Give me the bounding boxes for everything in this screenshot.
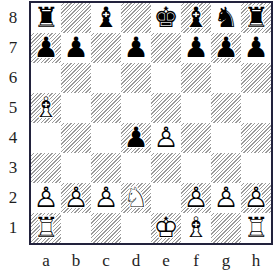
square-h1[interactable]: ♜♖: [241, 213, 271, 243]
white-pawn-fill-e4: ♟: [151, 123, 181, 153]
black-pawn-d7: ♟: [121, 33, 151, 63]
white-pawn-e4: ♙: [151, 123, 181, 153]
square-e6[interactable]: [151, 63, 181, 93]
square-a6[interactable]: [31, 63, 61, 93]
white-pawn-b2: ♙: [61, 183, 91, 213]
white-pawn-fill-a2: ♟: [31, 183, 61, 213]
square-d3[interactable]: [121, 153, 151, 183]
square-h8[interactable]: ♜♜: [241, 3, 271, 33]
black-pawn-fill-b7: ♟: [61, 33, 91, 63]
white-bishop-a5: ♗: [31, 93, 61, 123]
white-pawn-h2: ♙: [241, 183, 271, 213]
black-rook-a8: ♜: [31, 3, 61, 33]
white-bishop-fill-f1: ♝: [181, 213, 211, 243]
black-rook-h8: ♜: [241, 3, 271, 33]
black-pawn-fill-h7: ♟: [241, 33, 271, 63]
black-king-fill-e8: ♚: [151, 3, 181, 33]
black-rook-fill-h8: ♜: [241, 3, 271, 33]
black-pawn-a7: ♟: [31, 33, 61, 63]
square-b3[interactable]: [61, 153, 91, 183]
square-a4[interactable]: [31, 123, 61, 153]
square-c4[interactable]: [91, 123, 121, 153]
black-pawn-fill-d7: ♟: [121, 33, 151, 63]
square-a3[interactable]: [31, 153, 61, 183]
square-g5[interactable]: [211, 93, 241, 123]
rank-label-8: 8: [1, 3, 25, 33]
square-b4[interactable]: [61, 123, 91, 153]
white-king-fill-e1: ♚: [151, 213, 181, 243]
white-rook-fill-a1: ♜: [31, 213, 61, 243]
white-pawn-a2: ♙: [31, 183, 61, 213]
black-bishop-c8: ♝: [91, 3, 121, 33]
square-e2[interactable]: [151, 183, 181, 213]
square-d4[interactable]: ♟♟: [121, 123, 151, 153]
black-pawn-b7: ♟: [61, 33, 91, 63]
black-pawn-fill-f7: ♟: [181, 33, 211, 63]
white-bishop-fill-a5: ♝: [31, 93, 61, 123]
square-c8[interactable]: ♝♝: [91, 3, 121, 33]
square-f1[interactable]: ♝♗: [181, 213, 211, 243]
rank-label-5: 5: [1, 93, 25, 123]
rank-label-3: 3: [1, 153, 25, 183]
black-bishop-fill-c8: ♝: [91, 3, 121, 33]
black-pawn-fill-a7: ♟: [31, 33, 61, 63]
rank-label-6: 6: [1, 63, 25, 93]
square-f8[interactable]: ♝♝: [181, 3, 211, 33]
chess-diagram: ♜♜♝♝♚♚♝♝♞♞♜♜♟♟♟♟♟♟♟♟♟♟♟♟♝♗♟♟♟♙♟♙♟♙♟♙♞♘♟♙…: [0, 0, 279, 280]
square-h7[interactable]: ♟♟: [241, 33, 271, 63]
square-a8[interactable]: ♜♜: [31, 3, 61, 33]
square-g6[interactable]: [211, 63, 241, 93]
white-bishop-f1: ♗: [181, 213, 211, 243]
file-label-e: e: [151, 248, 181, 274]
square-f3[interactable]: [181, 153, 211, 183]
white-knight-d2: ♘: [121, 183, 151, 213]
white-pawn-fill-c2: ♟: [91, 183, 121, 213]
rank-label-1: 1: [1, 213, 25, 243]
square-b1[interactable]: [61, 213, 91, 243]
square-g3[interactable]: [211, 153, 241, 183]
white-rook-h1: ♖: [241, 213, 271, 243]
white-pawn-fill-h2: ♟: [241, 183, 271, 213]
square-d5[interactable]: [121, 93, 151, 123]
square-g2[interactable]: ♟♙: [211, 183, 241, 213]
square-f6[interactable]: [181, 63, 211, 93]
square-c2[interactable]: ♟♙: [91, 183, 121, 213]
white-knight-fill-d2: ♞: [121, 183, 151, 213]
square-b2[interactable]: ♟♙: [61, 183, 91, 213]
square-e8[interactable]: ♚♚: [151, 3, 181, 33]
white-rook-fill-h1: ♜: [241, 213, 271, 243]
square-h5[interactable]: [241, 93, 271, 123]
square-e4[interactable]: ♟♙: [151, 123, 181, 153]
square-g4[interactable]: [211, 123, 241, 153]
file-label-a: a: [31, 248, 61, 274]
white-pawn-fill-g2: ♟: [211, 183, 241, 213]
square-h2[interactable]: ♟♙: [241, 183, 271, 213]
black-pawn-fill-d4: ♟: [121, 123, 151, 153]
white-rook-a1: ♖: [31, 213, 61, 243]
square-d1[interactable]: [121, 213, 151, 243]
square-c6[interactable]: [91, 63, 121, 93]
file-label-g: g: [211, 248, 241, 274]
square-f5[interactable]: [181, 93, 211, 123]
black-bishop-fill-f8: ♝: [181, 3, 211, 33]
rank-label-2: 2: [1, 183, 25, 213]
black-pawn-g7: ♟: [211, 33, 241, 63]
square-a7[interactable]: ♟♟: [31, 33, 61, 63]
square-c1[interactable]: [91, 213, 121, 243]
square-a2[interactable]: ♟♙: [31, 183, 61, 213]
square-h3[interactable]: [241, 153, 271, 183]
file-label-b: b: [61, 248, 91, 274]
black-king-e8: ♚: [151, 3, 181, 33]
square-c5[interactable]: [91, 93, 121, 123]
square-d2[interactable]: ♞♘: [121, 183, 151, 213]
black-knight-fill-g8: ♞: [211, 3, 241, 33]
square-h6[interactable]: [241, 63, 271, 93]
square-a1[interactable]: ♜♖: [31, 213, 61, 243]
black-pawn-f7: ♟: [181, 33, 211, 63]
square-c3[interactable]: [91, 153, 121, 183]
black-knight-g8: ♞: [211, 3, 241, 33]
square-e3[interactable]: [151, 153, 181, 183]
square-c7[interactable]: [91, 33, 121, 63]
square-d7[interactable]: ♟♟: [121, 33, 151, 63]
black-pawn-d4: ♟: [121, 123, 151, 153]
black-pawn-h7: ♟: [241, 33, 271, 63]
white-pawn-fill-b2: ♟: [61, 183, 91, 213]
square-d6[interactable]: [121, 63, 151, 93]
square-b5[interactable]: [61, 93, 91, 123]
rank-label-7: 7: [1, 33, 25, 63]
white-pawn-f2: ♙: [181, 183, 211, 213]
square-a5[interactable]: ♝♗: [31, 93, 61, 123]
rank-label-4: 4: [1, 123, 25, 153]
square-e1[interactable]: ♚♔: [151, 213, 181, 243]
square-e5[interactable]: [151, 93, 181, 123]
white-pawn-g2: ♙: [211, 183, 241, 213]
square-e7[interactable]: [151, 33, 181, 63]
file-label-d: d: [121, 248, 151, 274]
black-pawn-fill-g7: ♟: [211, 33, 241, 63]
square-h4[interactable]: [241, 123, 271, 153]
square-g1[interactable]: [211, 213, 241, 243]
square-b6[interactable]: [61, 63, 91, 93]
black-rook-fill-a8: ♜: [31, 3, 61, 33]
square-f2[interactable]: ♟♙: [181, 183, 211, 213]
square-d8[interactable]: [121, 3, 151, 33]
square-g7[interactable]: ♟♟: [211, 33, 241, 63]
file-label-h: h: [241, 248, 271, 274]
chess-board: ♜♜♝♝♚♚♝♝♞♞♜♜♟♟♟♟♟♟♟♟♟♟♟♟♝♗♟♟♟♙♟♙♟♙♟♙♞♘♟♙…: [29, 1, 273, 245]
black-bishop-f8: ♝: [181, 3, 211, 33]
square-g8[interactable]: ♞♞: [211, 3, 241, 33]
square-f4[interactable]: [181, 123, 211, 153]
square-b8[interactable]: [61, 3, 91, 33]
white-pawn-fill-f2: ♟: [181, 183, 211, 213]
square-b7[interactable]: ♟♟: [61, 33, 91, 63]
file-label-f: f: [181, 248, 211, 274]
white-pawn-c2: ♙: [91, 183, 121, 213]
square-f7[interactable]: ♟♟: [181, 33, 211, 63]
file-label-c: c: [91, 248, 121, 274]
white-king-e1: ♔: [151, 213, 181, 243]
